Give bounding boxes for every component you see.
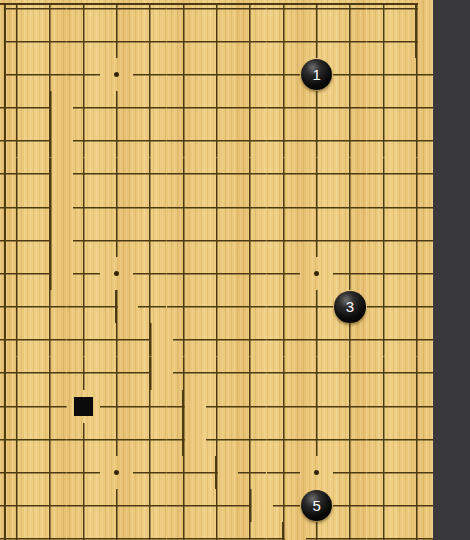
intersection[interactable] [367,456,400,489]
intersection[interactable] [233,58,266,91]
intersection[interactable] [33,290,66,323]
intersection[interactable] [133,158,166,191]
intersection[interactable] [133,25,166,58]
intersection[interactable] [400,158,433,191]
intersection[interactable] [67,224,100,257]
intersection[interactable] [333,357,366,390]
intersection[interactable] [233,489,266,522]
intersection[interactable] [233,158,266,191]
intersection[interactable] [400,224,433,257]
intersection[interactable] [367,522,400,540]
intersection[interactable] [133,290,166,323]
intersection[interactable] [300,390,333,423]
intersection[interactable] [267,522,300,540]
intersection[interactable] [167,257,200,290]
intersection[interactable] [200,390,233,423]
intersection[interactable] [200,91,233,124]
intersection[interactable] [167,91,200,124]
board-grid: 135 [0,0,433,540]
intersection[interactable] [67,124,100,157]
intersection[interactable] [67,25,100,58]
intersection[interactable] [33,158,66,191]
intersection[interactable] [200,257,233,290]
intersection[interactable] [33,25,66,58]
intersection[interactable] [367,58,400,91]
intersection[interactable] [267,357,300,390]
intersection[interactable] [100,224,133,257]
intersection[interactable] [400,58,433,91]
intersection[interactable] [300,522,333,540]
intersection[interactable] [100,91,133,124]
intersection[interactable] [133,456,166,489]
intersection[interactable] [33,58,66,91]
intersection[interactable] [133,423,166,456]
intersection[interactable] [100,489,133,522]
intersection[interactable] [267,423,300,456]
intersection[interactable] [333,423,366,456]
intersection[interactable] [333,489,366,522]
intersection[interactable] [300,323,333,356]
intersection[interactable] [100,522,133,540]
intersection[interactable] [33,224,66,257]
intersection[interactable] [367,257,400,290]
intersection[interactable] [400,390,433,423]
intersection[interactable] [133,257,166,290]
intersection[interactable] [67,323,100,356]
intersection[interactable] [367,423,400,456]
intersection[interactable] [333,323,366,356]
intersection[interactable] [33,323,66,356]
black-stone-move-1: 1 [301,59,333,91]
board-crop-border-left [4,3,6,540]
intersection[interactable] [33,124,66,157]
intersection[interactable] [233,423,266,456]
goban[interactable]: 135 [0,0,433,540]
intersection[interactable] [300,91,333,124]
intersection[interactable] [300,290,333,323]
intersection[interactable] [333,257,366,290]
intersection[interactable] [133,224,166,257]
board-crop-border-top [0,3,418,5]
intersection[interactable] [267,290,300,323]
intersection[interactable] [33,522,66,540]
intersection[interactable] [167,158,200,191]
app-window: 135 [0,0,470,540]
intersection[interactable] [367,290,400,323]
intersection[interactable] [267,191,300,224]
intersection[interactable] [67,423,100,456]
intersection[interactable] [200,290,233,323]
intersection[interactable] [333,224,366,257]
intersection[interactable] [67,489,100,522]
intersection[interactable] [267,257,300,290]
window-background [433,0,470,540]
intersection[interactable] [200,489,233,522]
intersection[interactable] [367,357,400,390]
intersection[interactable] [300,423,333,456]
intersection[interactable] [233,390,266,423]
intersection[interactable] [167,124,200,157]
intersection[interactable] [100,423,133,456]
star-point [114,72,119,77]
intersection[interactable] [67,158,100,191]
intersection[interactable] [233,124,266,157]
intersection[interactable] [200,191,233,224]
intersection[interactable] [167,357,200,390]
intersection[interactable] [200,224,233,257]
intersection[interactable] [200,25,233,58]
intersection[interactable] [67,257,100,290]
move-number-label: 1 [312,67,320,82]
intersection[interactable] [33,257,66,290]
intersection[interactable] [300,158,333,191]
intersection[interactable] [333,25,366,58]
intersection[interactable] [133,522,166,540]
intersection[interactable] [367,323,400,356]
black-stone-move-5: 5 [301,490,333,522]
intersection[interactable] [400,290,433,323]
intersection[interactable] [67,191,100,224]
intersection[interactable] [200,357,233,390]
intersection[interactable] [133,357,166,390]
intersection[interactable] [233,522,266,540]
intersection[interactable] [367,91,400,124]
star-point [114,470,119,475]
intersection[interactable] [333,91,366,124]
intersection[interactable] [67,290,100,323]
intersection[interactable] [233,191,266,224]
star-point [314,470,319,475]
intersection[interactable] [233,456,266,489]
intersection[interactable] [267,25,300,58]
intersection[interactable] [67,456,100,489]
intersection[interactable] [167,522,200,540]
intersection[interactable] [400,91,433,124]
intersection[interactable] [367,390,400,423]
intersection[interactable] [133,323,166,356]
intersection[interactable] [367,191,400,224]
intersection[interactable] [167,191,200,224]
intersection[interactable] [267,224,300,257]
black-stone-move-3: 3 [334,291,366,323]
intersection[interactable] [133,91,166,124]
intersection[interactable] [333,456,366,489]
intersection[interactable] [233,323,266,356]
intersection[interactable] [167,423,200,456]
intersection[interactable] [400,357,433,390]
intersection[interactable] [133,489,166,522]
intersection[interactable] [167,25,200,58]
intersection[interactable] [200,456,233,489]
star-point [314,271,319,276]
intersection[interactable] [67,357,100,390]
intersection[interactable] [33,489,66,522]
intersection[interactable] [300,191,333,224]
intersection[interactable] [300,357,333,390]
intersection[interactable] [367,158,400,191]
intersection[interactable] [267,91,300,124]
intersection[interactable] [367,224,400,257]
intersection[interactable] [400,522,433,540]
intersection[interactable] [267,58,300,91]
intersection[interactable] [333,522,366,540]
intersection[interactable] [233,224,266,257]
move-number-label: 3 [346,299,354,314]
intersection[interactable] [367,124,400,157]
intersection[interactable] [367,489,400,522]
intersection[interactable] [100,124,133,157]
intersection[interactable] [200,158,233,191]
intersection[interactable] [33,423,66,456]
intersection[interactable] [267,124,300,157]
intersection[interactable] [200,522,233,540]
intersection[interactable] [200,323,233,356]
intersection[interactable] [67,58,100,91]
intersection[interactable] [167,456,200,489]
square-marker [74,397,93,416]
intersection[interactable] [167,323,200,356]
intersection[interactable] [400,456,433,489]
intersection[interactable] [400,124,433,157]
intersection[interactable] [400,423,433,456]
intersection[interactable] [100,390,133,423]
intersection[interactable] [33,91,66,124]
intersection[interactable] [100,25,133,58]
intersection[interactable] [33,191,66,224]
intersection[interactable] [100,191,133,224]
intersection[interactable] [167,224,200,257]
intersection[interactable] [133,58,166,91]
intersection[interactable] [167,390,200,423]
intersection[interactable] [200,58,233,91]
intersection[interactable] [67,522,100,540]
intersection[interactable] [367,25,400,58]
intersection[interactable] [267,158,300,191]
intersection[interactable] [100,323,133,356]
intersection[interactable] [333,58,366,91]
intersection[interactable] [200,124,233,157]
intersection[interactable] [400,489,433,522]
intersection[interactable] [233,357,266,390]
intersection[interactable] [133,124,166,157]
intersection[interactable] [233,25,266,58]
intersection[interactable] [267,390,300,423]
intersection[interactable] [167,489,200,522]
intersection[interactable] [33,390,66,423]
star-point [114,271,119,276]
intersection[interactable] [33,456,66,489]
intersection[interactable] [133,390,166,423]
intersection[interactable] [300,224,333,257]
intersection[interactable] [167,290,200,323]
intersection[interactable] [100,158,133,191]
intersection[interactable] [267,489,300,522]
intersection[interactable] [400,25,433,58]
intersection[interactable] [100,290,133,323]
intersection[interactable] [233,91,266,124]
intersection[interactable] [33,357,66,390]
intersection[interactable] [67,91,100,124]
intersection[interactable] [333,158,366,191]
intersection[interactable] [233,257,266,290]
intersection[interactable] [300,25,333,58]
intersection[interactable] [100,357,133,390]
move-number-label: 5 [312,498,320,513]
intersection[interactable] [267,323,300,356]
intersection[interactable] [233,290,266,323]
intersection[interactable] [400,191,433,224]
intersection[interactable] [300,124,333,157]
intersection[interactable] [333,124,366,157]
intersection[interactable] [400,323,433,356]
intersection[interactable] [333,191,366,224]
intersection[interactable] [400,257,433,290]
intersection[interactable] [267,456,300,489]
intersection[interactable] [333,390,366,423]
intersection[interactable] [167,58,200,91]
intersection[interactable] [200,423,233,456]
intersection[interactable] [133,191,166,224]
